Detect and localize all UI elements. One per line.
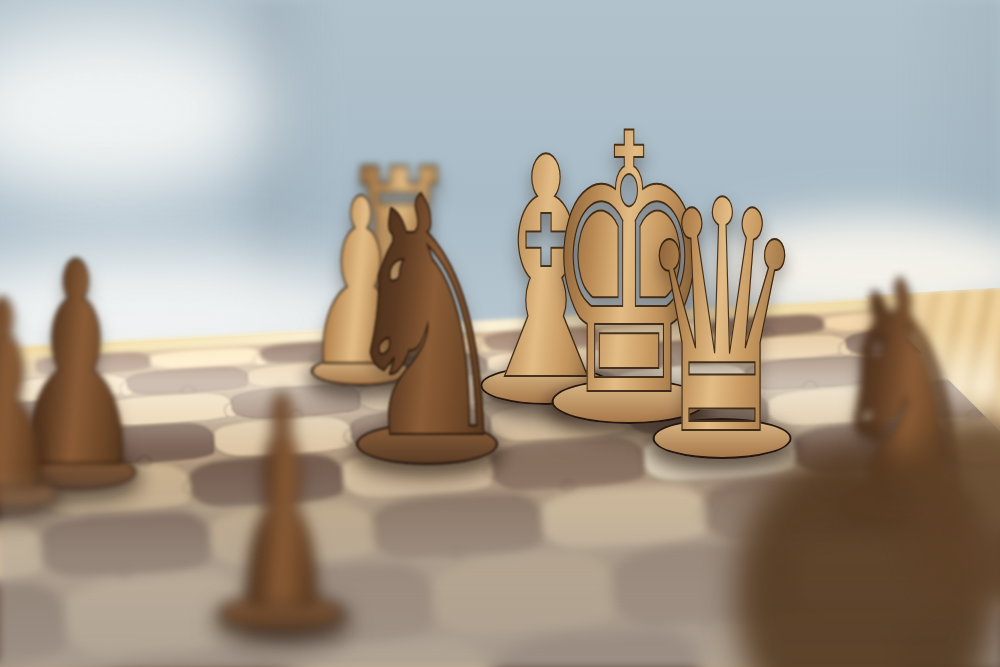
pawn-glyph: ♟ <box>0 278 60 517</box>
chess-photo-scene: ♟♟♜♟♞♝♚♛♞♟ <box>0 0 1000 667</box>
pieces-layer: ♟♟♜♟♞♝♚♛♞♟ <box>0 0 1000 667</box>
pawn-glyph: ♟ <box>233 371 332 638</box>
piece-dark-pawn-a3[interactable]: ♟ <box>0 278 119 512</box>
piece-dark-pawn-c2[interactable]: ♟ <box>152 371 412 632</box>
